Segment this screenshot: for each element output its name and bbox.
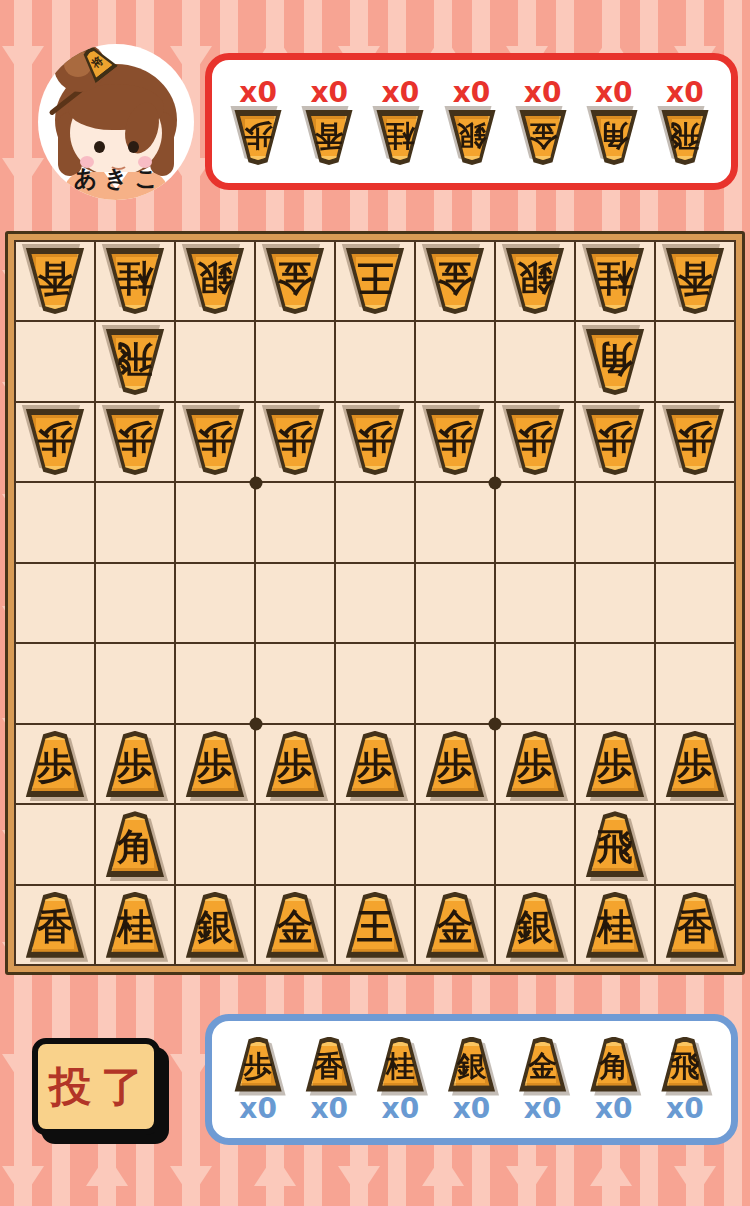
shogi-piece-桂-gote[interactable]: 桂 xyxy=(104,248,166,314)
board-cell-4b[interactable] xyxy=(416,322,494,400)
board-cell-1h[interactable] xyxy=(656,805,734,883)
captured-slot-銀[interactable]: 銀x0 xyxy=(447,1037,497,1123)
shogi-piece-銀-gote[interactable]: 銀 xyxy=(447,110,497,165)
captured-slot-歩[interactable]: x0歩 xyxy=(233,79,283,165)
board-cell-9a[interactable]: 香 xyxy=(16,242,94,320)
board-cell-8d[interactable] xyxy=(96,483,174,561)
board-cell-3h[interactable] xyxy=(496,805,574,883)
board-cell-5g[interactable]: 歩 xyxy=(336,725,414,803)
board-cell-2i[interactable]: 桂 xyxy=(576,886,654,964)
board-cell-2c[interactable]: 歩 xyxy=(576,403,654,481)
board-cell-6b[interactable] xyxy=(256,322,334,400)
board-cell-9e[interactable] xyxy=(16,564,94,642)
shogi-piece-香-gote[interactable]: 香 xyxy=(24,248,86,314)
board-cell-8b[interactable]: 飛 xyxy=(96,322,174,400)
captured-slot-桂[interactable]: x0桂 xyxy=(375,79,425,165)
board-cell-3c[interactable]: 歩 xyxy=(496,403,574,481)
board-cell-8f[interactable] xyxy=(96,644,174,722)
board-cell-8g[interactable]: 歩 xyxy=(96,725,174,803)
shogi-piece-金-sente[interactable]: 金 xyxy=(264,892,326,958)
board-cell-6d[interactable] xyxy=(256,483,334,561)
shogi-piece-桂-sente[interactable]: 桂 xyxy=(584,892,646,958)
board-cell-2b[interactable]: 角 xyxy=(576,322,654,400)
board-grid: 香桂銀金王金銀桂香飛角歩歩歩歩歩歩歩歩歩歩歩歩歩歩歩歩歩歩角飛香桂銀金王金銀桂香 xyxy=(14,240,736,966)
captured-count: x0 xyxy=(382,1095,420,1123)
shogi-piece-香-sente[interactable]: 香 xyxy=(304,1037,354,1092)
board-cell-4a[interactable]: 金 xyxy=(416,242,494,320)
shogi-piece-金-gote[interactable]: 金 xyxy=(424,248,486,314)
board-cell-2h[interactable]: 飛 xyxy=(576,805,654,883)
shogi-piece-歩-sente[interactable]: 歩 xyxy=(233,1037,283,1092)
board-cell-9h[interactable] xyxy=(16,805,94,883)
board-cell-8i[interactable]: 桂 xyxy=(96,886,174,964)
shogi-piece-歩-gote[interactable]: 歩 xyxy=(664,409,726,475)
board-cell-9b[interactable] xyxy=(16,322,94,400)
captured-count: x0 xyxy=(453,1095,491,1123)
captured-count: x0 xyxy=(524,1095,562,1123)
captured-count: x0 xyxy=(666,79,704,107)
board-cell-8e[interactable] xyxy=(96,564,174,642)
captured-slot-飛[interactable]: 飛x0 xyxy=(660,1037,710,1123)
shogi-app: 将 あきこ x0歩x0香x0桂x0銀x0金x0角x0飛 香桂銀金王金銀桂香飛角歩… xyxy=(0,0,750,1206)
board-cell-5i[interactable]: 王 xyxy=(336,886,414,964)
hoshi-dot xyxy=(489,477,502,490)
shogi-piece-歩-gote[interactable]: 歩 xyxy=(584,409,646,475)
board-cell-4c[interactable]: 歩 xyxy=(416,403,494,481)
board-cell-1a[interactable]: 香 xyxy=(656,242,734,320)
board-cell-5b[interactable] xyxy=(336,322,414,400)
captured-count: x0 xyxy=(310,79,348,107)
board-cell-1b[interactable] xyxy=(656,322,734,400)
board-cell-9d[interactable] xyxy=(16,483,94,561)
shogi-board: 香桂銀金王金銀桂香飛角歩歩歩歩歩歩歩歩歩歩歩歩歩歩歩歩歩歩角飛香桂銀金王金銀桂香 xyxy=(5,231,745,975)
shogi-piece-角-sente[interactable]: 角 xyxy=(589,1037,639,1092)
board-cell-1i[interactable]: 香 xyxy=(656,886,734,964)
board-cell-4f[interactable] xyxy=(416,644,494,722)
board-cell-3d[interactable] xyxy=(496,483,574,561)
board-cell-6h[interactable] xyxy=(256,805,334,883)
shogi-piece-歩-gote[interactable]: 歩 xyxy=(424,409,486,475)
board-cell-7h[interactable] xyxy=(176,805,254,883)
captured-count: x0 xyxy=(666,1095,704,1123)
shogi-piece-歩-gote[interactable]: 歩 xyxy=(233,110,283,165)
shogi-piece-角-gote[interactable]: 角 xyxy=(584,329,646,395)
board-cell-7e[interactable] xyxy=(176,564,254,642)
captured-count: x0 xyxy=(310,1095,348,1123)
board-cell-2g[interactable]: 歩 xyxy=(576,725,654,803)
board-cell-7a[interactable]: 銀 xyxy=(176,242,254,320)
shogi-piece-飛-gote[interactable]: 飛 xyxy=(660,110,710,165)
captured-slot-金[interactable]: 金x0 xyxy=(518,1037,568,1123)
shogi-piece-歩-sente[interactable]: 歩 xyxy=(24,731,86,797)
shogi-piece-金-sente[interactable]: 金 xyxy=(424,892,486,958)
board-cell-4g[interactable]: 歩 xyxy=(416,725,494,803)
board-cell-1f[interactable] xyxy=(656,644,734,722)
board-cell-4d[interactable] xyxy=(416,483,494,561)
board-cell-8c[interactable]: 歩 xyxy=(96,403,174,481)
board-cell-3f[interactable] xyxy=(496,644,574,722)
hoshi-dot xyxy=(249,717,262,730)
captured-count: x0 xyxy=(239,1095,277,1123)
captured-slot-桂[interactable]: 桂x0 xyxy=(375,1037,425,1123)
captured-count: x0 xyxy=(239,79,277,107)
shogi-piece-金-gote[interactable]: 金 xyxy=(264,248,326,314)
shogi-piece-金-gote[interactable]: 金 xyxy=(518,110,568,165)
avatar-illustration: 将 あきこ xyxy=(38,44,194,200)
board-cell-2e[interactable] xyxy=(576,564,654,642)
board-cell-7f[interactable] xyxy=(176,644,254,722)
board-cell-5d[interactable] xyxy=(336,483,414,561)
shogi-piece-銀-sente[interactable]: 銀 xyxy=(504,892,566,958)
shogi-piece-飛-gote[interactable]: 飛 xyxy=(104,329,166,395)
shogi-piece-歩-gote[interactable]: 歩 xyxy=(344,409,406,475)
board-cell-3i[interactable]: 銀 xyxy=(496,886,574,964)
shogi-piece-香-sente[interactable]: 香 xyxy=(24,892,86,958)
captured-slot-銀[interactable]: x0銀 xyxy=(447,79,497,165)
captured-slot-金[interactable]: x0金 xyxy=(518,79,568,165)
board-cell-7d[interactable] xyxy=(176,483,254,561)
board-cell-7b[interactable] xyxy=(176,322,254,400)
shogi-piece-桂-gote[interactable]: 桂 xyxy=(584,248,646,314)
captured-count: x0 xyxy=(524,79,562,107)
board-cell-6a[interactable]: 金 xyxy=(256,242,334,320)
board-cell-1d[interactable] xyxy=(656,483,734,561)
shogi-piece-歩-sente[interactable]: 歩 xyxy=(264,731,326,797)
shogi-piece-銀-gote[interactable]: 銀 xyxy=(184,248,246,314)
captured-count: x0 xyxy=(595,79,633,107)
shogi-piece-歩-gote[interactable]: 歩 xyxy=(24,409,86,475)
board-cell-6c[interactable]: 歩 xyxy=(256,403,334,481)
board-cell-6f[interactable] xyxy=(256,644,334,722)
resign-button[interactable]: 投了 xyxy=(32,1038,160,1135)
opponent-name: あきこ xyxy=(38,163,194,194)
captured-slot-香[interactable]: 香x0 xyxy=(304,1037,354,1123)
shogi-piece-歩-sente[interactable]: 歩 xyxy=(424,731,486,797)
board-cell-7g[interactable]: 歩 xyxy=(176,725,254,803)
board-cell-1e[interactable] xyxy=(656,564,734,642)
board-cell-8a[interactable]: 桂 xyxy=(96,242,174,320)
board-cell-2d[interactable] xyxy=(576,483,654,561)
board-cell-9f[interactable] xyxy=(16,644,94,722)
board-cell-3g[interactable]: 歩 xyxy=(496,725,574,803)
board-cell-9g[interactable]: 歩 xyxy=(16,725,94,803)
shogi-piece-歩-sente[interactable]: 歩 xyxy=(104,731,166,797)
board-cell-6e[interactable] xyxy=(256,564,334,642)
captured-slot-飛[interactable]: x0飛 xyxy=(660,79,710,165)
captured-count: x0 xyxy=(382,79,420,107)
opponent-avatar: 将 あきこ xyxy=(38,44,194,200)
shogi-piece-歩-gote[interactable]: 歩 xyxy=(184,409,246,475)
shogi-piece-歩-sente[interactable]: 歩 xyxy=(504,731,566,797)
board-cell-5a[interactable]: 王 xyxy=(336,242,414,320)
board-cell-5e[interactable] xyxy=(336,564,414,642)
shogi-piece-角-gote[interactable]: 角 xyxy=(589,110,639,165)
shogi-piece-香-gote[interactable]: 香 xyxy=(664,248,726,314)
board-cell-4i[interactable]: 金 xyxy=(416,886,494,964)
shogi-piece-香-gote[interactable]: 香 xyxy=(304,110,354,165)
shogi-piece-王-sente[interactable]: 王 xyxy=(344,892,406,958)
captured-slot-歩[interactable]: 歩x0 xyxy=(233,1037,283,1123)
resign-label: 投了 xyxy=(39,1059,153,1115)
board-cell-7i[interactable]: 銀 xyxy=(176,886,254,964)
board-cell-8h[interactable]: 角 xyxy=(96,805,174,883)
shogi-piece-歩-sente[interactable]: 歩 xyxy=(664,731,726,797)
shogi-piece-桂-sente[interactable]: 桂 xyxy=(104,892,166,958)
shogi-piece-歩-gote[interactable]: 歩 xyxy=(264,409,326,475)
board-cell-9c[interactable]: 歩 xyxy=(16,403,94,481)
shogi-piece-桂-gote[interactable]: 桂 xyxy=(375,110,425,165)
board-cell-5h[interactable] xyxy=(336,805,414,883)
shogi-piece-香-sente[interactable]: 香 xyxy=(664,892,726,958)
avatar-eye-left xyxy=(94,141,105,153)
shogi-piece-飛-sente[interactable]: 飛 xyxy=(660,1037,710,1092)
shogi-piece-銀-sente[interactable]: 銀 xyxy=(184,892,246,958)
opponent-captured-tray: x0歩x0香x0桂x0銀x0金x0角x0飛 xyxy=(205,53,738,190)
shogi-piece-銀-sente[interactable]: 銀 xyxy=(447,1037,497,1092)
board-cell-4h[interactable] xyxy=(416,805,494,883)
shogi-piece-歩-gote[interactable]: 歩 xyxy=(504,409,566,475)
shogi-piece-飛-sente[interactable]: 飛 xyxy=(584,811,646,877)
shogi-piece-歩-gote[interactable]: 歩 xyxy=(104,409,166,475)
board-cell-2f[interactable] xyxy=(576,644,654,722)
shogi-piece-歩-sente[interactable]: 歩 xyxy=(184,731,246,797)
shogi-piece-銀-gote[interactable]: 銀 xyxy=(504,248,566,314)
shogi-piece-歩-sente[interactable]: 歩 xyxy=(584,731,646,797)
captured-slot-香[interactable]: x0香 xyxy=(304,79,354,165)
board-cell-1g[interactable]: 歩 xyxy=(656,725,734,803)
player-captured-tray: 歩x0香x0桂x0銀x0金x0角x0飛x0 xyxy=(205,1014,738,1145)
board-cell-1c[interactable]: 歩 xyxy=(656,403,734,481)
board-cell-6g[interactable]: 歩 xyxy=(256,725,334,803)
hoshi-dot xyxy=(249,477,262,490)
captured-slot-角[interactable]: 角x0 xyxy=(589,1037,639,1123)
board-cell-6i[interactable]: 金 xyxy=(256,886,334,964)
captured-slot-角[interactable]: x0角 xyxy=(589,79,639,165)
board-cell-7c[interactable]: 歩 xyxy=(176,403,254,481)
board-cell-5c[interactable]: 歩 xyxy=(336,403,414,481)
shogi-piece-王-gote[interactable]: 王 xyxy=(344,248,406,314)
shogi-piece-歩-sente[interactable]: 歩 xyxy=(344,731,406,797)
shogi-piece-角-sente[interactable]: 角 xyxy=(104,811,166,877)
board-cell-4e[interactable] xyxy=(416,564,494,642)
avatar-eye-right xyxy=(128,141,139,153)
board-cell-3a[interactable]: 銀 xyxy=(496,242,574,320)
shogi-piece-金-sente[interactable]: 金 xyxy=(518,1037,568,1092)
board-cell-5f[interactable] xyxy=(336,644,414,722)
captured-count: x0 xyxy=(453,79,491,107)
board-cell-3b[interactable] xyxy=(496,322,574,400)
captured-count: x0 xyxy=(595,1095,633,1123)
board-cell-3e[interactable] xyxy=(496,564,574,642)
hoshi-dot xyxy=(489,717,502,730)
board-cell-9i[interactable]: 香 xyxy=(16,886,94,964)
shogi-piece-桂-sente[interactable]: 桂 xyxy=(375,1037,425,1092)
board-cell-2a[interactable]: 桂 xyxy=(576,242,654,320)
